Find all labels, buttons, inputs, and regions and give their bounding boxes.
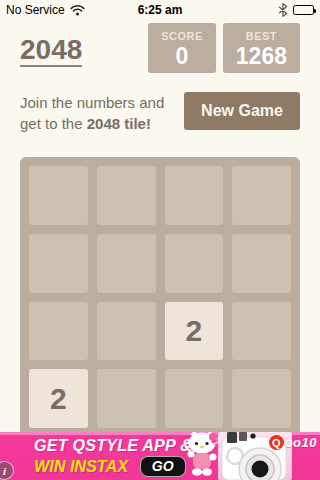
- status-left: No Service: [6, 3, 85, 17]
- board-cell-r4c2: [97, 369, 156, 428]
- board-cell-r3c2: [97, 302, 156, 361]
- board-cell-r4c4: [232, 369, 291, 428]
- board-cell-r2c4: [232, 234, 291, 293]
- carrier-label: No Service: [6, 3, 65, 17]
- board-cell-r1c4: [232, 166, 291, 225]
- board-cell-r4c1: 2: [29, 369, 88, 428]
- best-value: 1268: [236, 43, 287, 69]
- board-cell-r2c1: [29, 234, 88, 293]
- intro-line2: get to the 2048 tile!: [20, 113, 164, 134]
- board-cell-r4c3: [165, 369, 224, 428]
- qoo10-q-badge: Q: [269, 435, 284, 450]
- board-cell-r1c1: [29, 166, 88, 225]
- intro-line1: Join the numbers and: [20, 92, 164, 113]
- ad-info-icon[interactable]: i: [0, 461, 14, 480]
- header-row: 2048 SCORE 0 BEST 1268: [20, 23, 300, 73]
- board-cell-r3c1: [29, 302, 88, 361]
- goal-tile-text: 2048 tile!: [87, 115, 151, 132]
- board-cell-r2c3: [165, 234, 224, 293]
- qoo10-logo[interactable]: Q oo10: [269, 435, 317, 450]
- intro-row: Join the numbers and get to the 2048 til…: [20, 90, 300, 132]
- ad-text: GET QSTYLE APP & WIN INSTAX GO: [34, 436, 200, 477]
- ad-headline: GET QSTYLE APP &: [34, 436, 192, 456]
- score-value: 0: [161, 43, 203, 69]
- ad-go-button[interactable]: GO: [140, 456, 186, 477]
- battery-icon: [293, 5, 314, 15]
- tile-2: 2: [165, 302, 224, 361]
- score-label: SCORE: [161, 30, 203, 43]
- wifi-icon: [70, 4, 85, 16]
- best-box: BEST 1268: [223, 23, 300, 73]
- board-cell-r1c2: [97, 166, 156, 225]
- score-box: SCORE 0: [148, 23, 216, 73]
- intro-text: Join the numbers and get to the 2048 til…: [20, 92, 164, 134]
- battery-tip: [314, 9, 316, 13]
- game-page: 2048 SCORE 0 BEST 1268 Join the numbers …: [0, 23, 320, 437]
- bluetooth-icon: [278, 3, 288, 17]
- status-right: [278, 3, 314, 17]
- hello-kitty-image: [184, 432, 222, 480]
- status-bar: No Service 6:25 am: [0, 0, 320, 20]
- tile-2: 2: [29, 369, 88, 428]
- board-cell-r3c3: 2: [165, 302, 224, 361]
- ad-prize-text: WIN INSTAX: [34, 456, 128, 477]
- board-cell-r2c2: [97, 234, 156, 293]
- ad-banner[interactable]: GET QSTYLE APP & WIN INSTAX GO: [0, 432, 320, 480]
- qoo10-logo-text: oo10: [285, 435, 317, 450]
- score-panel: SCORE 0 BEST 1268: [148, 23, 300, 73]
- board-cell-r1c3: [165, 166, 224, 225]
- board[interactable]: 22: [20, 157, 300, 437]
- board-cell-r3c4: [232, 302, 291, 361]
- best-label: BEST: [236, 30, 287, 43]
- app-title-link[interactable]: 2048: [20, 36, 82, 67]
- new-game-button[interactable]: New Game: [184, 92, 300, 130]
- 2048-app-screen: { "game": "2048", "position": { "rows": …: [0, 0, 320, 480]
- ad-subline: WIN INSTAX GO: [34, 456, 200, 477]
